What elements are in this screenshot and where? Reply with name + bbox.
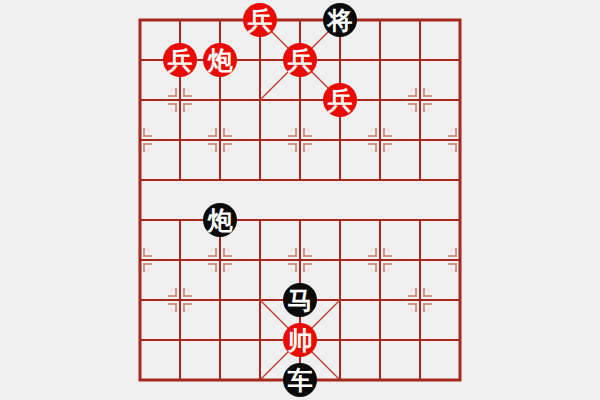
red-soldier-2-piece[interactable]: 兵	[163, 43, 197, 77]
black-chariot-piece[interactable]: 车	[283, 363, 317, 397]
red-soldier-1-piece[interactable]: 兵	[243, 3, 277, 37]
red-cannon-piece[interactable]: 炮	[203, 43, 237, 77]
black-general-piece[interactable]: 将	[323, 3, 357, 37]
xiangqi-board[interactable]: 兵将兵炮兵兵炮马帅车	[120, 0, 480, 400]
red-general-piece[interactable]: 帅	[283, 323, 317, 357]
red-soldier-3-piece[interactable]: 兵	[283, 43, 317, 77]
red-soldier-4-piece[interactable]: 兵	[323, 83, 357, 117]
black-cannon-piece[interactable]: 炮	[203, 203, 237, 237]
xiangqi-screen: 兵将兵炮兵兵炮马帅车	[0, 0, 600, 400]
black-horse-piece[interactable]: 马	[283, 283, 317, 317]
